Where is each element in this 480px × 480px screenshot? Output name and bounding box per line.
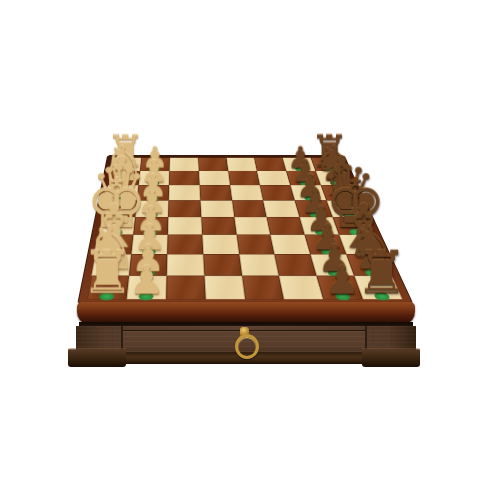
board-square: [228, 171, 260, 185]
board-square: [234, 217, 271, 235]
board-square: [167, 235, 203, 255]
board-perspective-scene: ♜♟♟♜♞♟♟♞♝♟♟♝♛♟♟♛♚♟♟♚♝♟♟♝♞♟♟♞♜♟♟♜: [0, 0, 480, 480]
piece-white-pawn: ♟: [129, 261, 164, 300]
chest-left-foot: [68, 348, 126, 367]
board-square: [257, 171, 290, 185]
board-square: [199, 185, 231, 200]
chest-right-foot: [362, 348, 420, 367]
board-square: ♜: [87, 276, 129, 300]
board-square: [267, 217, 305, 235]
board-square: [202, 235, 239, 255]
board-square: [204, 276, 245, 300]
board-square: [203, 254, 242, 275]
board-front-edge: [77, 302, 415, 323]
board-square: [230, 185, 264, 200]
board-square: [263, 200, 299, 217]
board-square: [201, 217, 236, 235]
board-square: [166, 276, 205, 300]
board-square: [169, 158, 198, 171]
board-grid: ♜♟♟♜♞♟♟♞♝♟♟♝♛♟♟♛♚♟♟♚♝♟♟♝♞♟♟♞♜♟♟♜: [87, 158, 402, 300]
board-square: [232, 200, 267, 217]
board-square: [275, 254, 317, 275]
board-square: [168, 185, 200, 200]
board-square: [199, 171, 230, 185]
board-square: ♜: [354, 276, 402, 300]
board-square: [167, 254, 205, 275]
board-square: [200, 200, 234, 217]
board-square: [236, 235, 274, 255]
board-square: [239, 254, 279, 275]
board-square: [254, 158, 286, 171]
board-square: [168, 200, 201, 217]
board-square: [260, 185, 295, 200]
board-square: ♟: [126, 276, 166, 300]
piece-white-rook: ♜: [81, 243, 134, 302]
board-square: [198, 158, 228, 171]
drawer-ring-pull-icon: [235, 334, 259, 359]
board-square: [271, 235, 311, 255]
board-square: [242, 276, 285, 300]
board-square: [168, 217, 202, 235]
chess-set-photo: ♜♟♟♜♞♟♟♞♝♟♟♝♛♟♟♛♚♟♟♚♝♟♟♝♞♟♟♞♜♟♟♜: [0, 0, 480, 480]
board-square: [169, 171, 199, 185]
piece-black-rook: ♜: [355, 243, 408, 302]
chess-board: ♜♟♟♜♞♟♟♞♝♟♟♝♛♟♟♛♚♟♟♚♝♟♟♝♞♟♟♞♜♟♟♜: [77, 155, 414, 305]
board-square: [226, 158, 257, 171]
